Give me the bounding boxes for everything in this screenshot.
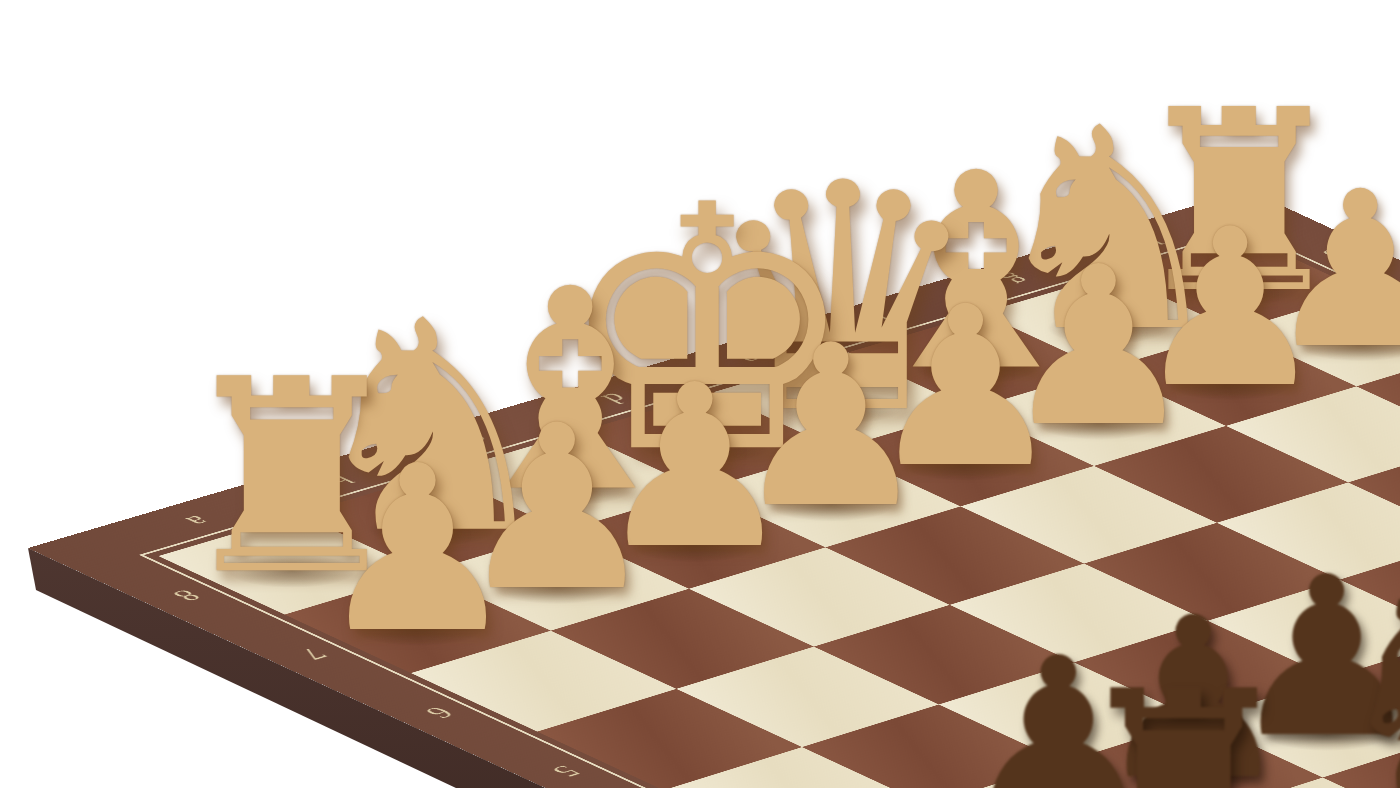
pieces-layer: ♜♞♝♚♛♝♞♜♟♟♟♟♟♟♟♟♟♟♟♜♞: [0, 0, 1400, 788]
piece-dark-rook-b2[interactable]: ♜: [1067, 657, 1301, 788]
chess-scene: 8877665544332211aabbccddeeffgghh ♜♞♝♚♛♝♞…: [0, 0, 1400, 788]
piece-light-pawn-a7[interactable]: ♟: [315, 436, 520, 665]
piece-dark-knight-d2[interactable]: ♞: [1324, 554, 1400, 788]
